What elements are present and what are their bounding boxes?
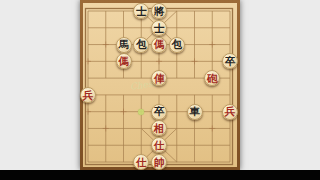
piece-black-advisor-2[interactable]: 士 (151, 20, 167, 36)
piece-black-advisor-1[interactable]: 士 (133, 3, 149, 19)
piece-red-soldier-2[interactable]: 兵 (222, 104, 238, 120)
piece-red-chariot[interactable]: 俥 (151, 70, 167, 86)
piece-red-general[interactable]: 帥 (151, 154, 167, 170)
piece-red-soldier-1[interactable]: 兵 (80, 87, 96, 103)
right-letterbox-bar (240, 0, 320, 170)
xiangqi-board[interactable]: Chess 士將士馬包傌包傌卒俥砲兵卒車兵相仕仕帥 (80, 0, 240, 170)
piece-black-chariot[interactable]: 車 (187, 104, 203, 120)
piece-red-horse-1[interactable]: 傌 (151, 37, 167, 53)
piece-red-horse-2[interactable]: 傌 (116, 53, 132, 69)
bottom-letterbox-bar (0, 170, 320, 180)
screenshot: Chess 士將士馬包傌包傌卒俥砲兵卒車兵相仕仕帥 (0, 0, 320, 180)
last-move-highlight (138, 109, 144, 115)
piece-black-horse[interactable]: 馬 (116, 37, 132, 53)
piece-black-soldier-2[interactable]: 卒 (151, 104, 167, 120)
piece-red-advisor-2[interactable]: 仕 (133, 154, 149, 170)
piece-red-cannon[interactable]: 砲 (204, 70, 220, 86)
piece-black-general[interactable]: 將 (151, 3, 167, 19)
piece-black-cannon-1[interactable]: 包 (133, 37, 149, 53)
piece-black-cannon-2[interactable]: 包 (169, 37, 185, 53)
left-letterbox-bar (0, 0, 80, 170)
